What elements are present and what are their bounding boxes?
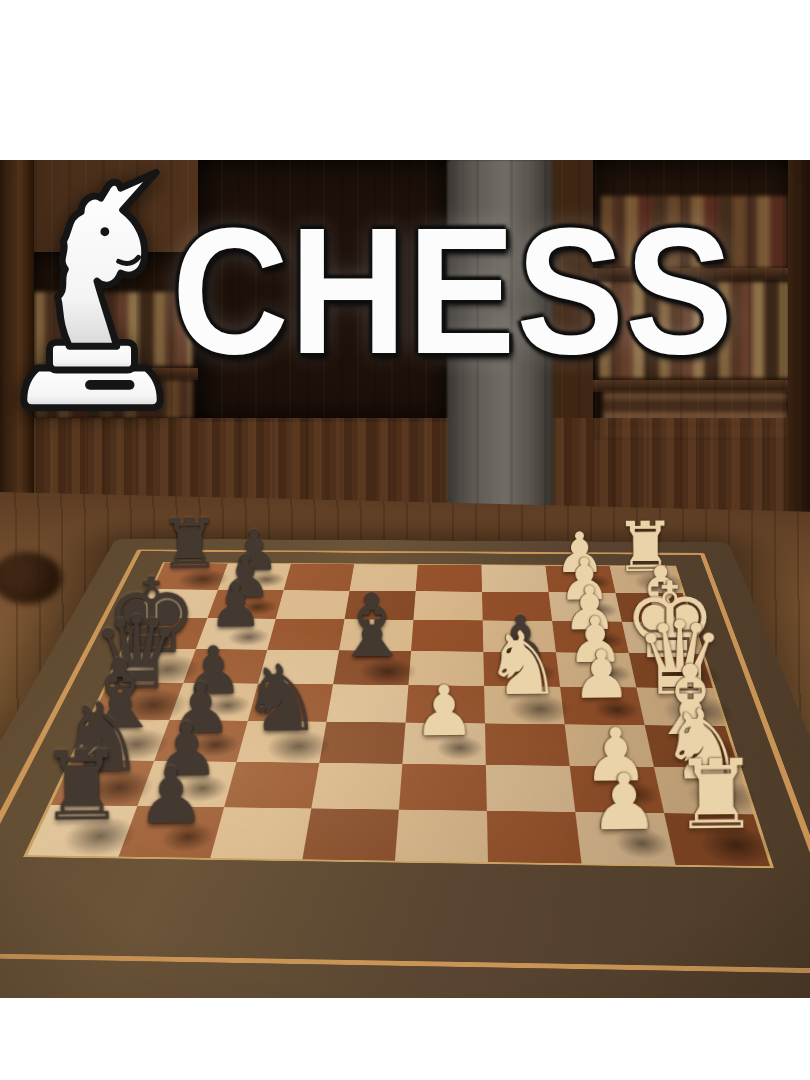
square-d3[interactable] <box>484 686 565 724</box>
square-f4[interactable] <box>411 620 483 652</box>
top-white-margin <box>0 0 810 160</box>
knight-logo-icon <box>8 164 176 416</box>
square-g6[interactable] <box>276 590 350 619</box>
square-d5[interactable] <box>327 684 409 722</box>
square-e2[interactable] <box>556 652 636 687</box>
black-pawn-glyph: ♟ <box>136 758 206 835</box>
square-h4[interactable] <box>416 565 482 592</box>
square-f5[interactable] <box>339 619 413 651</box>
square-h5[interactable] <box>350 564 418 591</box>
bottom-white-margin <box>0 998 810 1080</box>
white-pawn-glyph: ♟ <box>589 764 659 842</box>
black-knight-glyph: ♞ <box>240 652 323 744</box>
cover-page: ♜♞♝♛♚♝♜♟♟♟♟♟♟♟♟♞♜♞♝♛♚♜♟♟♟♟♟♟♟♞♝♟ CHESS <box>0 0 810 1080</box>
square-e5[interactable] <box>333 650 411 685</box>
square-h6[interactable] <box>284 564 355 591</box>
square-g7[interactable] <box>207 590 283 619</box>
game-title: CHESS <box>172 200 698 381</box>
square-h1[interactable] <box>610 566 683 593</box>
square-g1[interactable] <box>615 593 691 622</box>
square-f2[interactable] <box>552 621 629 653</box>
square-g8[interactable] <box>139 589 218 618</box>
square-h7[interactable] <box>218 564 291 591</box>
cover-art: ♜♞♝♛♚♝♜♟♟♟♟♟♟♟♟♞♜♞♝♛♚♜♟♟♟♟♟♟♟♞♝♟ CHESS <box>0 160 810 998</box>
square-g4[interactable] <box>413 591 482 620</box>
white-pawn-glyph: ♟ <box>413 677 476 747</box>
square-h2[interactable] <box>545 566 615 593</box>
square-g3[interactable] <box>482 592 552 621</box>
square-h3[interactable] <box>481 565 548 592</box>
square-f3[interactable] <box>483 620 556 652</box>
square-h8[interactable] <box>153 563 228 590</box>
square-e3[interactable] <box>483 652 560 687</box>
chessboard: ♜♞♝♛♚♝♜♟♟♟♟♟♟♟♟♞♜♞♝♛♚♜♟♟♟♟♟♟♟♞♝♟ <box>0 539 810 998</box>
black-rook-glyph: ♜ <box>39 739 125 834</box>
square-g2[interactable] <box>549 592 622 621</box>
square-g5[interactable] <box>345 591 416 620</box>
white-rook-glyph: ♜ <box>673 746 760 843</box>
